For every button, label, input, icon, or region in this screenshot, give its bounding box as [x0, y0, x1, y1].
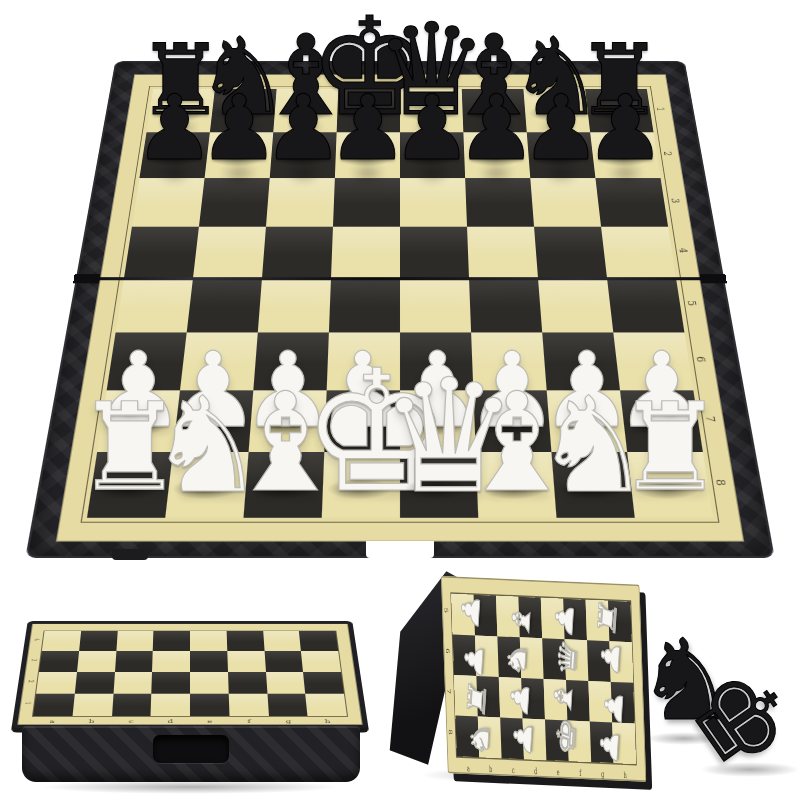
closed-square	[226, 631, 264, 651]
closed-square	[116, 631, 154, 651]
square-f6	[471, 332, 547, 390]
closed-square	[72, 694, 113, 716]
closed-board-shadow	[40, 780, 340, 794]
clamshell-open-face: ♟♝♟♜♟♞♛♟♜♟♝♟♞♟♚♟ abcdefgh 5678	[441, 576, 646, 782]
clamshell-rank-label-7: 7	[446, 685, 452, 698]
closed-board-handle	[153, 735, 229, 763]
square-f3	[465, 178, 534, 226]
square-g5	[538, 278, 613, 332]
square-d3	[333, 178, 400, 226]
clamshell-file-label-f: f	[576, 767, 584, 778]
square-d2	[335, 132, 400, 178]
board-squares	[87, 89, 713, 518]
closed-file-label-c: c	[124, 719, 137, 725]
square-f7	[473, 390, 551, 452]
closed-square	[79, 631, 117, 651]
closed-rank-label-1: 1	[23, 700, 32, 706]
square-h1	[585, 89, 653, 132]
closed-square	[152, 651, 190, 672]
clamshell-rank-label-8: 8	[448, 725, 454, 738]
closed-square	[42, 631, 81, 651]
rank-label-6: 6	[692, 353, 708, 366]
square-h7	[620, 390, 703, 452]
stored-white-pawn: ♟	[458, 587, 484, 634]
closed-rank-label-4: 4	[32, 637, 41, 642]
clamshell-file-label-d: d	[531, 765, 539, 776]
square-g4	[534, 227, 607, 278]
square-b7	[173, 390, 253, 452]
square-a8	[87, 452, 173, 518]
clamshell-file-label-g: g	[599, 768, 607, 779]
closed-square	[263, 631, 301, 651]
square-e1	[400, 89, 463, 132]
square-e5	[400, 278, 471, 332]
square-d6	[327, 332, 400, 390]
square-f4	[467, 227, 538, 278]
frame-latch-notch	[366, 541, 434, 558]
closed-square	[113, 672, 152, 694]
clamshell-rank-label-6: 6	[445, 644, 451, 657]
square-e8	[400, 452, 478, 518]
square-b4	[193, 227, 266, 278]
closed-square	[228, 672, 267, 694]
square-e3	[400, 178, 467, 226]
clamshell-file-label-b: b	[487, 763, 495, 774]
square-e6	[400, 332, 473, 390]
square-g2	[527, 132, 596, 178]
square-a5	[116, 278, 193, 332]
square-f1	[462, 89, 527, 132]
closed-square	[151, 694, 190, 716]
closed-square	[305, 694, 347, 716]
stored-white-knight: ♞	[467, 715, 493, 762]
square-c8	[243, 452, 324, 518]
square-c1	[273, 89, 338, 132]
closed-rank-label-3: 3	[29, 657, 38, 663]
square-g7	[547, 390, 627, 452]
rank-label-4: 4	[675, 245, 690, 257]
rank-label-8: 8	[711, 475, 728, 490]
rank-label-5: 5	[683, 297, 698, 310]
closed-square	[152, 672, 190, 694]
closed-square	[190, 672, 228, 694]
square-a3	[132, 178, 205, 226]
square-f2	[463, 132, 530, 178]
square-e4	[400, 227, 469, 278]
closed-square	[190, 631, 227, 651]
stored-white-king: ♚	[553, 713, 579, 760]
main-board-scene: 12345678	[100, 0, 700, 578]
square-d5	[329, 278, 400, 332]
square-f5	[469, 278, 542, 332]
closed-board-top: abcdefgh 4321	[17, 624, 363, 725]
square-g3	[530, 178, 601, 226]
fold-hinge-left	[73, 274, 101, 283]
closed-file-label-b: b	[85, 719, 98, 725]
square-a6	[107, 332, 187, 390]
rank-label-2: 2	[660, 148, 674, 159]
square-h3	[595, 178, 668, 226]
square-b3	[199, 178, 270, 226]
square-b1	[210, 89, 277, 132]
square-c7	[249, 390, 327, 452]
clamshell-file-label-a: a	[464, 762, 472, 773]
stored-white-pawn: ♟	[510, 714, 536, 761]
square-a4	[124, 227, 199, 278]
square-h8	[627, 452, 713, 518]
square-a1	[146, 89, 214, 132]
square-b2	[205, 132, 274, 178]
clamshell-file-label-c: c	[509, 764, 517, 775]
closed-square	[190, 694, 229, 716]
closed-square	[299, 631, 338, 651]
square-c3	[266, 178, 335, 226]
closed-square	[36, 672, 77, 694]
fold-hinge-right	[699, 274, 727, 283]
closed-square	[301, 651, 341, 672]
square-d1	[337, 89, 400, 132]
closed-file-label-g: g	[282, 719, 295, 725]
stored-white-pawn: ♟	[601, 683, 627, 730]
square-d8	[322, 452, 400, 518]
square-a2	[139, 132, 209, 178]
closed-square	[77, 651, 116, 672]
closed-square	[153, 631, 190, 651]
closed-board-front	[22, 726, 360, 782]
square-a7	[97, 390, 180, 452]
square-h6	[613, 332, 693, 390]
rank-label-3: 3	[667, 195, 681, 206]
stored-white-pawn: ♟	[598, 634, 624, 681]
closed-square	[75, 672, 115, 694]
closed-file-label-a: a	[46, 719, 59, 725]
closed-file-label-f: f	[243, 719, 256, 725]
main-board: 12345678	[56, 74, 745, 541]
square-e7	[400, 390, 476, 452]
frame-foot-tab	[112, 549, 148, 560]
closed-file-label-h: h	[321, 719, 334, 725]
stored-white-queen: ♛	[554, 635, 580, 682]
closed-square	[115, 651, 153, 672]
square-f8	[476, 452, 557, 518]
closed-rank-label-2: 2	[26, 678, 35, 684]
closed-square	[264, 651, 303, 672]
rank-label-7: 7	[701, 412, 717, 426]
square-b6	[180, 332, 258, 390]
square-e2	[400, 132, 465, 178]
square-h4	[601, 227, 676, 278]
closed-square	[190, 651, 228, 672]
closed-board-squares	[33, 631, 347, 716]
square-g8	[551, 452, 634, 518]
square-c2	[270, 132, 337, 178]
rank-label-1: 1	[653, 104, 666, 114]
closed-square	[39, 651, 79, 672]
clamshell-file-label-h: h	[621, 769, 629, 780]
closed-square	[267, 694, 308, 716]
square-g6	[542, 332, 620, 390]
closed-file-label-e: e	[203, 719, 216, 725]
square-d7	[324, 390, 400, 452]
closed-file-label-d: d	[164, 719, 177, 725]
clamshell-rank-label-5: 5	[444, 604, 450, 617]
square-b8	[165, 452, 248, 518]
square-c4	[262, 227, 333, 278]
stored-white-pawn: ♟	[597, 722, 623, 769]
stored-white-bishop: ♝	[508, 597, 534, 644]
square-b5	[187, 278, 262, 332]
square-h5	[607, 278, 684, 332]
closed-square	[112, 694, 152, 716]
square-c5	[258, 278, 331, 332]
closed-square	[228, 694, 268, 716]
closed-square	[33, 694, 75, 716]
square-h2	[590, 132, 660, 178]
product-photo: 12345678 ♜♞♝♚♛♝♞♜♟♟♟♟♟♟♟♟♟♟♟♟♟♟♟♟♜♞♝♚♛♝♞…	[0, 0, 800, 800]
closed-square	[303, 672, 344, 694]
closed-square	[227, 651, 265, 672]
square-c6	[253, 332, 329, 390]
closed-square	[266, 672, 306, 694]
square-g1	[523, 89, 590, 132]
fold-seam	[76, 277, 725, 280]
square-d4	[331, 227, 400, 278]
clamshell-file-label-e: e	[554, 766, 562, 777]
